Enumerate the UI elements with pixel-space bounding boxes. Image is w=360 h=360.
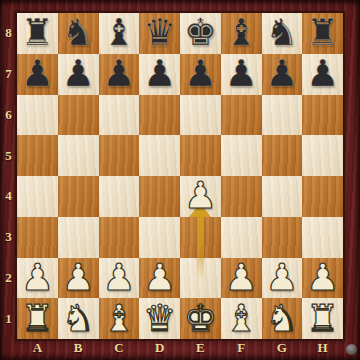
square-h6[interactable] [302,95,343,136]
square-b6[interactable] [58,95,99,136]
square-h4[interactable] [302,176,343,217]
square-h1[interactable]: ♜ [302,298,343,339]
piece-white-pawn[interactable]: ♟ [143,258,176,298]
square-c2[interactable]: ♟ [99,258,140,299]
square-h2[interactable]: ♟ [302,258,343,299]
file-label-a: A [17,339,58,357]
square-a2[interactable]: ♟ [17,258,58,299]
file-label-h: H [302,339,343,357]
square-f7[interactable]: ♟ [221,54,262,95]
square-d7[interactable]: ♟ [139,54,180,95]
rank-labels: 87654321 [0,13,17,339]
piece-white-bishop[interactable]: ♝ [225,299,258,339]
piece-white-pawn[interactable]: ♟ [306,258,339,298]
square-e5[interactable] [180,135,221,176]
square-c1[interactable]: ♝ [99,298,140,339]
piece-black-rook[interactable]: ♜ [21,13,54,53]
piece-black-knight[interactable]: ♞ [62,13,95,53]
piece-black-queen[interactable]: ♛ [143,13,176,53]
square-b5[interactable] [58,135,99,176]
rank-label-8: 8 [0,13,17,54]
square-b1[interactable]: ♞ [58,298,99,339]
piece-white-king[interactable]: ♚ [184,299,217,339]
piece-white-pawn[interactable]: ♟ [225,258,258,298]
square-d4[interactable] [139,176,180,217]
square-g1[interactable]: ♞ [262,298,303,339]
piece-black-pawn[interactable]: ♟ [21,54,54,94]
square-g8[interactable]: ♞ [262,13,303,54]
rank-label-7: 7 [0,54,17,95]
file-label-b: B [58,339,99,357]
square-b4[interactable] [58,176,99,217]
piece-black-pawn[interactable]: ♟ [62,54,95,94]
square-h3[interactable] [302,217,343,258]
piece-white-knight[interactable]: ♞ [62,299,95,339]
square-f4[interactable] [221,176,262,217]
square-e1[interactable]: ♚ [180,298,221,339]
piece-white-rook[interactable]: ♜ [306,299,339,339]
board-frame: 87654321 ABCDEFGH ♜♞♝♛♚♝♞♜♟♟♟♟♟♟♟♟♟♟♟♟♟♟… [0,0,360,360]
square-h8[interactable]: ♜ [302,13,343,54]
square-g5[interactable] [262,135,303,176]
square-c6[interactable] [99,95,140,136]
piece-white-pawn[interactable]: ♟ [21,258,54,298]
piece-black-pawn[interactable]: ♟ [102,54,135,94]
corner-dot [346,344,357,355]
chess-board: ♜♞♝♛♚♝♞♜♟♟♟♟♟♟♟♟♟♟♟♟♟♟♟♟♜♞♝♛♚♝♞♜ [17,13,343,339]
square-g4[interactable] [262,176,303,217]
square-c4[interactable] [99,176,140,217]
square-c7[interactable]: ♟ [99,54,140,95]
piece-black-pawn[interactable]: ♟ [265,54,298,94]
piece-black-pawn[interactable]: ♟ [184,54,217,94]
square-d3[interactable] [139,217,180,258]
piece-black-pawn[interactable]: ♟ [225,54,258,94]
square-e7[interactable]: ♟ [180,54,221,95]
file-label-d: D [139,339,180,357]
rank-label-4: 4 [0,176,17,217]
square-d2[interactable]: ♟ [139,258,180,299]
square-b7[interactable]: ♟ [58,54,99,95]
file-label-g: G [262,339,303,357]
piece-black-bishop[interactable]: ♝ [102,13,135,53]
rank-label-2: 2 [0,258,17,299]
square-b8[interactable]: ♞ [58,13,99,54]
piece-black-pawn[interactable]: ♟ [143,54,176,94]
square-h7[interactable]: ♟ [302,54,343,95]
square-c8[interactable]: ♝ [99,13,140,54]
square-g2[interactable]: ♟ [262,258,303,299]
square-f5[interactable] [221,135,262,176]
square-f8[interactable]: ♝ [221,13,262,54]
square-d5[interactable] [139,135,180,176]
file-label-e: E [180,339,221,357]
piece-white-pawn[interactable]: ♟ [265,258,298,298]
square-f6[interactable] [221,95,262,136]
square-e6[interactable] [180,95,221,136]
square-e8[interactable]: ♚ [180,13,221,54]
piece-black-bishop[interactable]: ♝ [225,13,258,53]
piece-white-rook[interactable]: ♜ [21,299,54,339]
square-g3[interactable] [262,217,303,258]
square-h5[interactable] [302,135,343,176]
square-f2[interactable]: ♟ [221,258,262,299]
square-a4[interactable] [17,176,58,217]
square-a1[interactable]: ♜ [17,298,58,339]
square-d6[interactable] [139,95,180,136]
piece-white-pawn[interactable]: ♟ [62,258,95,298]
rank-label-6: 6 [0,95,17,136]
piece-white-knight[interactable]: ♞ [265,299,298,339]
square-b3[interactable] [58,217,99,258]
rank-label-3: 3 [0,217,17,258]
square-g7[interactable]: ♟ [262,54,303,95]
square-c3[interactable] [99,217,140,258]
square-f1[interactable]: ♝ [221,298,262,339]
square-e4[interactable]: ♟ [180,176,221,217]
rank-label-5: 5 [0,135,17,176]
square-a8[interactable]: ♜ [17,13,58,54]
square-e2[interactable] [180,258,221,299]
piece-black-king[interactable]: ♚ [184,13,217,53]
piece-black-rook[interactable]: ♜ [306,13,339,53]
square-g6[interactable] [262,95,303,136]
piece-white-pawn[interactable]: ♟ [184,176,217,216]
square-a6[interactable] [17,95,58,136]
square-a7[interactable]: ♟ [17,54,58,95]
square-c5[interactable] [99,135,140,176]
piece-black-pawn[interactable]: ♟ [306,54,339,94]
square-d8[interactable]: ♛ [139,13,180,54]
square-f3[interactable] [221,217,262,258]
piece-white-queen[interactable]: ♛ [143,299,176,339]
piece-white-pawn[interactable]: ♟ [102,258,135,298]
rank-label-1: 1 [0,298,17,339]
piece-white-bishop[interactable]: ♝ [102,299,135,339]
square-e3[interactable] [180,217,221,258]
square-b2[interactable]: ♟ [58,258,99,299]
file-labels: ABCDEFGH [17,339,343,357]
piece-black-knight[interactable]: ♞ [265,13,298,53]
square-d1[interactable]: ♛ [139,298,180,339]
file-label-c: C [99,339,140,357]
square-a5[interactable] [17,135,58,176]
file-label-f: F [221,339,262,357]
square-a3[interactable] [17,217,58,258]
